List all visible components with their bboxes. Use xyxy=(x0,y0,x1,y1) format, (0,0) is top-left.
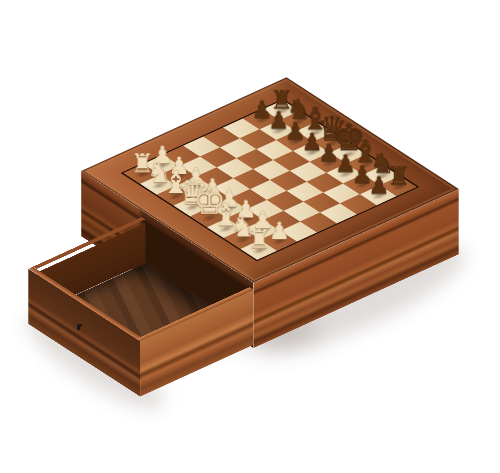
pawn-glyph: ♟ xyxy=(360,174,398,198)
chess-set-product-photo[interactable]: ♜♟♟♜♞♟♟♞♝♟♟♝♛♟♟♛♚♟♟♚♝♟♟♝♞♟♟♞♜♟♟♜ xyxy=(0,0,500,473)
rook-glyph: ♜ xyxy=(240,226,278,252)
square-h1: ♜ xyxy=(240,240,277,260)
square-f5 xyxy=(287,182,324,202)
